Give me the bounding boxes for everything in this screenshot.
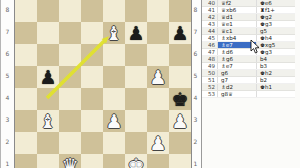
- square-h5[interactable]: [169, 66, 191, 88]
- piece-white-bishop[interactable]: ♝: [37, 110, 59, 132]
- piece-white-queen[interactable]: ♛: [59, 154, 81, 168]
- square-d4[interactable]: [81, 88, 103, 110]
- square-e4[interactable]: [103, 88, 125, 110]
- piece-white-pawn[interactable]: ♟: [103, 110, 125, 132]
- move-number: 45: [202, 35, 217, 41]
- square-d7[interactable]: [81, 22, 103, 44]
- black-move-cell[interactable]: ♚g3: [256, 49, 295, 55]
- move-number: 42: [202, 14, 217, 20]
- move-number: 44: [202, 28, 217, 34]
- white-move-cell[interactable]: ♗d6: [217, 49, 256, 55]
- square-e1[interactable]: [103, 154, 125, 168]
- white-move-cell[interactable]: ♕e1: [217, 21, 256, 27]
- piece-white-bishop[interactable]: ♝: [103, 22, 125, 44]
- square-c3[interactable]: [59, 110, 81, 132]
- square-h6[interactable]: [169, 44, 191, 66]
- square-d2[interactable]: [81, 132, 103, 154]
- square-f8[interactable]: [125, 0, 147, 22]
- square-d3[interactable]: [81, 110, 103, 132]
- square-a3[interactable]: [15, 110, 37, 132]
- black-move-cell[interactable]: b3: [256, 63, 295, 69]
- rank-label-7: 7: [191, 28, 200, 36]
- rank-label-5: 5: [3, 72, 12, 80]
- square-f4[interactable]: [125, 88, 147, 110]
- piece-white-pawn[interactable]: ♟: [147, 132, 169, 154]
- square-g8[interactable]: [147, 0, 169, 22]
- square-c4[interactable]: [59, 88, 81, 110]
- white-move-cell[interactable]: ♗e7: [217, 63, 256, 69]
- black-move-cell[interactable]: ♚xg5: [256, 42, 295, 48]
- black-move-cell[interactable]: [256, 91, 295, 97]
- move-row: 45♗xb4♚h4: [202, 35, 295, 42]
- square-a8[interactable]: [15, 0, 37, 22]
- square-d5[interactable]: [81, 66, 103, 88]
- black-move-cell[interactable]: ♚e6: [256, 0, 295, 6]
- square-f6[interactable]: [125, 44, 147, 66]
- move-row: 50g6♚h2: [202, 70, 295, 77]
- square-f1[interactable]: ♚: [125, 154, 147, 168]
- white-move-cell[interactable]: ♗d2: [217, 84, 256, 90]
- square-a1[interactable]: [15, 154, 37, 168]
- square-h3[interactable]: ♟: [169, 110, 191, 132]
- move-list-panel: 40♕f2♚e641♕xb6♜f1+42♕d1♚g243♕e1♚g344♕c1g…: [201, 0, 300, 168]
- move-number: 53: [202, 91, 217, 97]
- square-b8[interactable]: [37, 0, 59, 22]
- rank-label-3: 3: [3, 116, 12, 124]
- square-h2[interactable]: [169, 132, 191, 154]
- rank-label-4: 4: [191, 94, 200, 102]
- rank-label-6: 6: [191, 50, 200, 58]
- white-move-cell[interactable]: ♗e7: [217, 42, 256, 48]
- rank-label-1: 1: [191, 160, 200, 168]
- square-g3[interactable]: [147, 110, 169, 132]
- black-move-cell[interactable]: g5: [256, 28, 295, 34]
- black-move-cell[interactable]: ♜f1+: [256, 7, 295, 13]
- square-f7[interactable]: ♟: [125, 22, 147, 44]
- move-row: 43♕e1♚g3: [202, 21, 295, 28]
- move-list[interactable]: 40♕f2♚e641♕xb6♜f1+42♕d1♚g243♕e1♚g344♕c1g…: [202, 0, 295, 98]
- square-g5[interactable]: ♟: [147, 66, 169, 88]
- square-a4[interactable]: [15, 88, 37, 110]
- square-g6[interactable]: [147, 44, 169, 66]
- square-a7[interactable]: [15, 22, 37, 44]
- move-row: 48♗g6b4: [202, 56, 295, 63]
- square-c2[interactable]: [59, 132, 81, 154]
- chess-board[interactable]: ♝♟♟♟♟♚♝♟♟♟♛♚: [14, 0, 192, 168]
- move-number: 41: [202, 7, 217, 13]
- square-e8[interactable]: [103, 0, 125, 22]
- square-h8[interactable]: [169, 0, 191, 22]
- rank-label-8: 8: [3, 6, 12, 14]
- white-move-cell[interactable]: g8♕: [217, 91, 256, 97]
- rank-label-1: 1: [3, 160, 12, 168]
- square-a5[interactable]: [15, 66, 37, 88]
- square-c8[interactable]: [59, 0, 81, 22]
- square-b3[interactable]: ♝: [37, 110, 59, 132]
- rank-label-3: 3: [191, 116, 200, 124]
- white-move-cell[interactable]: ♗xb4: [217, 35, 256, 41]
- rank-label-6: 6: [3, 50, 12, 58]
- chess-app-window: ♝♟♟♟♟♚♝♟♟♟♛♚ 87654321 87654321 40♕f2♚e64…: [0, 0, 300, 168]
- move-row: 52♗d2♚h1: [202, 84, 295, 91]
- move-row: 53g8♕: [202, 91, 295, 98]
- white-move-cell[interactable]: ♕c1: [217, 28, 256, 34]
- piece-white-king[interactable]: ♚: [125, 154, 147, 168]
- move-row: 49♗e7b3: [202, 63, 295, 70]
- rank-label-2: 2: [191, 138, 200, 146]
- move-row: 44♕c1g5: [202, 28, 295, 35]
- white-move-cell[interactable]: ♕f2: [217, 0, 256, 6]
- black-move-cell[interactable]: ♚h4: [256, 35, 295, 41]
- move-number: 46: [202, 42, 217, 48]
- move-row: 42♕d1♚g2: [202, 14, 295, 21]
- move-number: 43: [202, 21, 217, 27]
- move-row: 47♗d6♚g3: [202, 49, 295, 56]
- white-move-cell[interactable]: ♕xb6: [217, 7, 256, 13]
- black-move-cell[interactable]: ♚h1: [256, 84, 295, 90]
- square-b1[interactable]: [37, 154, 59, 168]
- black-move-cell[interactable]: b4: [256, 56, 295, 62]
- square-g4[interactable]: [147, 88, 169, 110]
- rank-label-5: 5: [191, 72, 200, 80]
- square-d6[interactable]: [81, 44, 103, 66]
- move-number: 48: [202, 56, 217, 62]
- move-row: 41♕xb6♜f1+: [202, 7, 295, 14]
- square-h1[interactable]: [169, 154, 191, 168]
- black-move-cell[interactable]: b2: [256, 77, 295, 83]
- piece-black-pawn[interactable]: ♟: [169, 22, 191, 44]
- rank-label-4: 4: [3, 94, 12, 102]
- white-move-cell[interactable]: ♕d1: [217, 14, 256, 20]
- white-move-cell[interactable]: g7: [217, 77, 256, 83]
- rank-label-7: 7: [3, 28, 12, 36]
- move-number: 47: [202, 49, 217, 55]
- square-h7[interactable]: ♟: [169, 22, 191, 44]
- square-b5[interactable]: ♟: [37, 66, 59, 88]
- square-b7[interactable]: [37, 22, 59, 44]
- white-move-cell[interactable]: g6: [217, 70, 256, 76]
- square-g7[interactable]: [147, 22, 169, 44]
- square-a2[interactable]: [15, 132, 37, 154]
- piece-white-pawn[interactable]: ♟: [147, 66, 169, 88]
- square-f2[interactable]: [125, 132, 147, 154]
- square-f5[interactable]: [125, 66, 147, 88]
- move-number: 50: [202, 70, 217, 76]
- piece-black-king[interactable]: ♚: [169, 88, 191, 110]
- square-c7[interactable]: [59, 22, 81, 44]
- square-d1[interactable]: [81, 154, 103, 168]
- white-move-cell[interactable]: ♗g6: [217, 56, 256, 62]
- square-e5[interactable]: [103, 66, 125, 88]
- square-g1[interactable]: [147, 154, 169, 168]
- move-number: 49: [202, 63, 217, 69]
- move-number: 51: [202, 77, 217, 83]
- square-e7[interactable]: ♝: [103, 22, 125, 44]
- square-e3[interactable]: ♟: [103, 110, 125, 132]
- square-b4[interactable]: [37, 88, 59, 110]
- rank-label-2: 2: [3, 138, 12, 146]
- square-f3[interactable]: [125, 110, 147, 132]
- piece-black-pawn[interactable]: ♟: [37, 66, 59, 88]
- black-move-cell[interactable]: ♚h2: [256, 70, 295, 76]
- square-e6[interactable]: [103, 44, 125, 66]
- move-number: 40: [202, 0, 217, 6]
- piece-white-pawn[interactable]: ♟: [169, 110, 191, 132]
- move-row: 51g7b2: [202, 77, 295, 84]
- square-c6[interactable]: [59, 44, 81, 66]
- square-d8[interactable]: [81, 0, 103, 22]
- piece-black-pawn[interactable]: ♟: [125, 22, 147, 44]
- black-move-cell[interactable]: ♚g3: [256, 21, 295, 27]
- square-c5[interactable]: [59, 66, 81, 88]
- square-c1[interactable]: ♛: [59, 154, 81, 168]
- square-b6[interactable]: [37, 44, 59, 66]
- square-h4[interactable]: ♚: [169, 88, 191, 110]
- black-move-cell[interactable]: ♚g2: [256, 14, 295, 20]
- rank-label-8: 8: [191, 6, 200, 14]
- square-a6[interactable]: [15, 44, 37, 66]
- move-number: 52: [202, 84, 217, 90]
- square-e2[interactable]: [103, 132, 125, 154]
- square-b2[interactable]: [37, 132, 59, 154]
- move-row: 46♗e7♚xg5: [202, 42, 295, 49]
- square-g2[interactable]: ♟: [147, 132, 169, 154]
- move-row: 40♕f2♚e6: [202, 0, 295, 7]
